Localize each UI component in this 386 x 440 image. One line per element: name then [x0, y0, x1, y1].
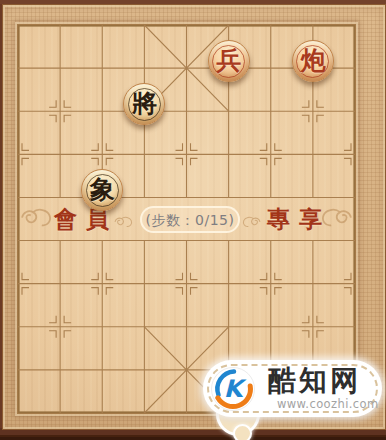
piece-character: 將	[124, 84, 164, 124]
step-counter: (步数：0/15)	[146, 213, 235, 227]
piece-red-cannon[interactable]: 炮	[292, 40, 334, 82]
exclusive-label: 專享	[267, 207, 331, 230]
member-label: 會員	[54, 207, 118, 230]
step-counter-pill: (步数：0/15)	[140, 206, 240, 233]
piece-black-elephant[interactable]: 象	[81, 169, 123, 211]
piece-character: 炮	[293, 41, 333, 81]
piece-black-general[interactable]: 將	[123, 83, 165, 125]
xiangqi-board[interactable]: 會員 (步数：0/15) 專享 兵炮將象	[18, 25, 355, 413]
piece-red-soldier[interactable]: 兵	[208, 40, 250, 82]
piece-character: 兵	[209, 41, 249, 81]
piece-character: 象	[82, 170, 122, 210]
xiangqi-puzzle-screen: 會員 (步数：0/15) 專享 兵炮將象 K 酷知网 www.coozhi.co…	[0, 0, 386, 440]
